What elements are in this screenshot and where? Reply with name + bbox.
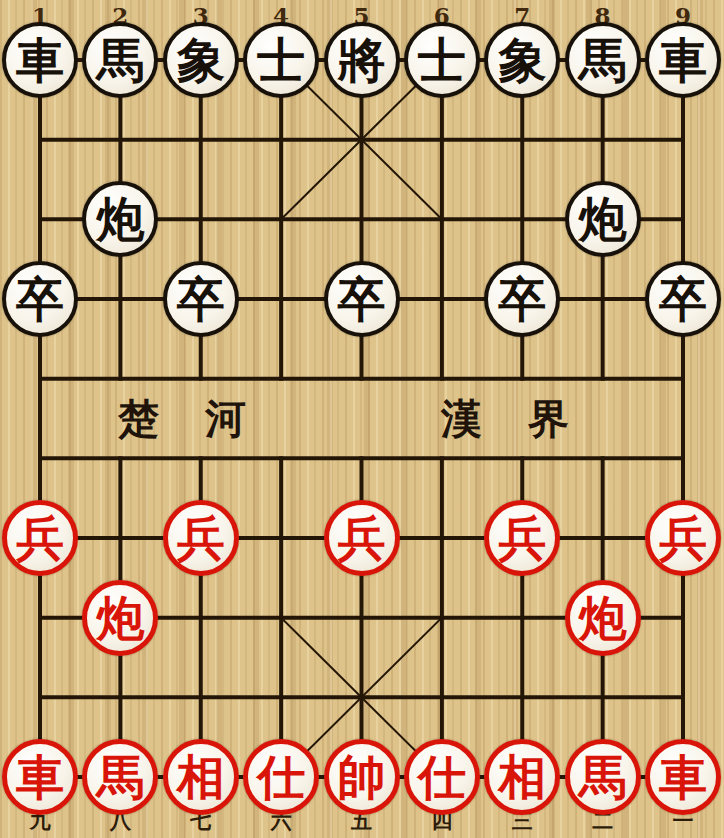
- piece-red-cannon[interactable]: 炮: [82, 580, 158, 656]
- piece-red-cannon[interactable]: 炮: [565, 580, 641, 656]
- piece-red-soldier[interactable]: 兵: [645, 500, 721, 576]
- piece-black-soldier[interactable]: 卒: [163, 261, 239, 337]
- piece-black-chariot[interactable]: 車: [2, 22, 78, 98]
- piece-red-soldier[interactable]: 兵: [163, 500, 239, 576]
- piece-red-chariot[interactable]: 車: [645, 739, 721, 815]
- piece-black-general[interactable]: 將: [324, 22, 400, 98]
- piece-red-horse[interactable]: 馬: [82, 739, 158, 815]
- piece-black-horse[interactable]: 馬: [82, 22, 158, 98]
- piece-black-cannon[interactable]: 炮: [82, 181, 158, 257]
- piece-red-soldier[interactable]: 兵: [324, 500, 400, 576]
- piece-black-cannon[interactable]: 炮: [565, 181, 641, 257]
- piece-red-chariot[interactable]: 車: [2, 739, 78, 815]
- piece-red-soldier[interactable]: 兵: [484, 500, 560, 576]
- piece-red-horse[interactable]: 馬: [565, 739, 641, 815]
- river-text-right: 漢界: [385, 392, 625, 447]
- piece-black-elephant[interactable]: 象: [484, 22, 560, 98]
- piece-red-elephant[interactable]: 相: [163, 739, 239, 815]
- piece-black-chariot[interactable]: 車: [645, 22, 721, 98]
- xiangqi-board[interactable]: 123456789 楚河 漢界 車馬象士將士象馬車炮炮卒卒卒卒卒兵兵兵兵兵炮炮車…: [0, 0, 724, 838]
- piece-red-soldier[interactable]: 兵: [2, 500, 78, 576]
- piece-black-soldier[interactable]: 卒: [484, 261, 560, 337]
- piece-black-soldier[interactable]: 卒: [645, 261, 721, 337]
- piece-black-horse[interactable]: 馬: [565, 22, 641, 98]
- piece-black-soldier[interactable]: 卒: [2, 261, 78, 337]
- river-text-left: 楚河: [62, 392, 302, 447]
- piece-black-advisor[interactable]: 士: [404, 22, 480, 98]
- piece-black-elephant[interactable]: 象: [163, 22, 239, 98]
- piece-red-advisor[interactable]: 仕: [404, 739, 480, 815]
- piece-red-elephant[interactable]: 相: [484, 739, 560, 815]
- piece-red-general[interactable]: 帥: [324, 739, 400, 815]
- piece-black-advisor[interactable]: 士: [243, 22, 319, 98]
- piece-black-soldier[interactable]: 卒: [324, 261, 400, 337]
- piece-red-advisor[interactable]: 仕: [243, 739, 319, 815]
